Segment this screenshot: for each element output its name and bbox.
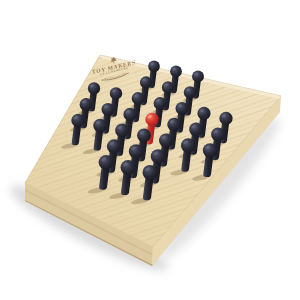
navy-peg[interactable]	[114, 159, 138, 199]
navy-peg[interactable]	[135, 164, 160, 204]
navy-peg[interactable]	[65, 113, 87, 149]
navy-peg[interactable]	[92, 154, 116, 193]
pegs-layer	[0, 0, 300, 300]
product-photo: TOY MAKERS OF LUNENBURG	[0, 0, 300, 300]
navy-peg[interactable]	[174, 137, 197, 175]
navy-peg[interactable]	[196, 142, 219, 180]
